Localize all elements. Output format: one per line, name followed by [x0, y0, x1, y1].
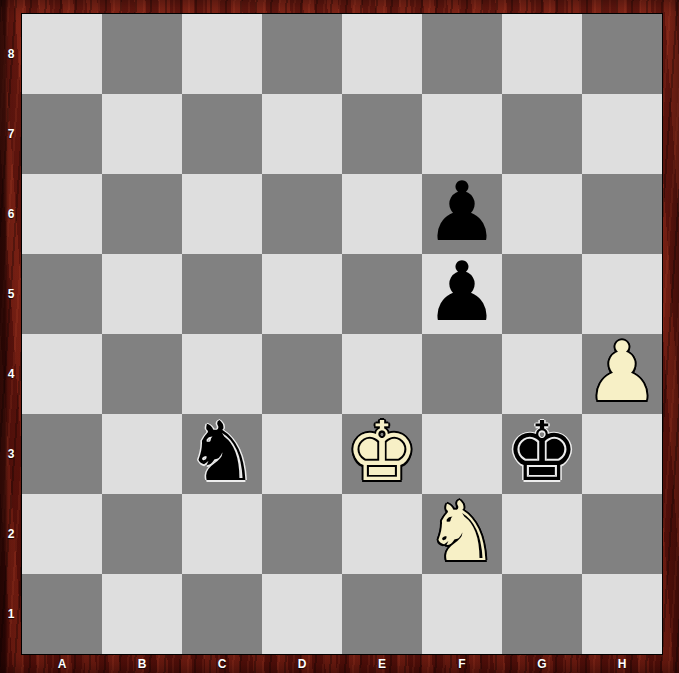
rank-label-4: 4 — [0, 334, 22, 414]
square-g3[interactable]: ♚ — [502, 414, 582, 494]
square-a3[interactable] — [22, 414, 102, 494]
square-e4[interactable] — [342, 334, 422, 414]
square-f5[interactable]: ♟ — [422, 254, 502, 334]
square-a7[interactable] — [22, 94, 102, 174]
square-b2[interactable] — [102, 494, 182, 574]
white-knight: ♞ — [425, 491, 499, 573]
square-h1[interactable] — [582, 574, 662, 654]
square-h8[interactable] — [582, 14, 662, 94]
chess-board-frame: 87654321 ♟♟♟♞♚♚♞ ABCDEFGH — [0, 0, 679, 673]
file-label-d: D — [262, 654, 342, 673]
rank-labels: 87654321 — [0, 14, 22, 654]
square-h4[interactable]: ♟ — [582, 334, 662, 414]
square-b5[interactable] — [102, 254, 182, 334]
square-d6[interactable] — [262, 174, 342, 254]
square-g2[interactable] — [502, 494, 582, 574]
square-d7[interactable] — [262, 94, 342, 174]
file-label-a: A — [22, 654, 102, 673]
white-king: ♚ — [345, 411, 419, 493]
square-e8[interactable] — [342, 14, 422, 94]
square-a1[interactable] — [22, 574, 102, 654]
square-c8[interactable] — [182, 14, 262, 94]
square-d3[interactable] — [262, 414, 342, 494]
rank-label-2: 2 — [0, 494, 22, 574]
square-b4[interactable] — [102, 334, 182, 414]
square-h7[interactable] — [582, 94, 662, 174]
rank-label-3: 3 — [0, 414, 22, 494]
square-a6[interactable] — [22, 174, 102, 254]
black-king: ♚ — [505, 411, 579, 493]
square-e7[interactable] — [342, 94, 422, 174]
square-b3[interactable] — [102, 414, 182, 494]
square-a8[interactable] — [22, 14, 102, 94]
square-g6[interactable] — [502, 174, 582, 254]
square-g4[interactable] — [502, 334, 582, 414]
white-pawn: ♟ — [585, 331, 659, 413]
square-g1[interactable] — [502, 574, 582, 654]
square-c3[interactable]: ♞ — [182, 414, 262, 494]
square-f8[interactable] — [422, 14, 502, 94]
square-f6[interactable]: ♟ — [422, 174, 502, 254]
black-pawn: ♟ — [425, 171, 499, 253]
square-f1[interactable] — [422, 574, 502, 654]
chess-board: ♟♟♟♞♚♚♞ — [22, 14, 662, 654]
square-d2[interactable] — [262, 494, 342, 574]
square-c7[interactable] — [182, 94, 262, 174]
square-g8[interactable] — [502, 14, 582, 94]
file-labels: ABCDEFGH — [22, 654, 662, 673]
square-e1[interactable] — [342, 574, 422, 654]
square-d8[interactable] — [262, 14, 342, 94]
file-label-c: C — [182, 654, 262, 673]
file-label-b: B — [102, 654, 182, 673]
square-d5[interactable] — [262, 254, 342, 334]
file-label-h: H — [582, 654, 662, 673]
rank-label-1: 1 — [0, 574, 22, 654]
square-h3[interactable] — [582, 414, 662, 494]
rank-label-8: 8 — [0, 14, 22, 94]
rank-label-5: 5 — [0, 254, 22, 334]
rank-label-7: 7 — [0, 94, 22, 174]
square-c2[interactable] — [182, 494, 262, 574]
square-a4[interactable] — [22, 334, 102, 414]
square-h2[interactable] — [582, 494, 662, 574]
square-b6[interactable] — [102, 174, 182, 254]
square-g7[interactable] — [502, 94, 582, 174]
square-f2[interactable]: ♞ — [422, 494, 502, 574]
square-h6[interactable] — [582, 174, 662, 254]
square-d1[interactable] — [262, 574, 342, 654]
square-f3[interactable] — [422, 414, 502, 494]
square-e5[interactable] — [342, 254, 422, 334]
file-label-g: G — [502, 654, 582, 673]
file-label-f: F — [422, 654, 502, 673]
square-f4[interactable] — [422, 334, 502, 414]
square-a2[interactable] — [22, 494, 102, 574]
square-c4[interactable] — [182, 334, 262, 414]
square-c1[interactable] — [182, 574, 262, 654]
rank-label-6: 6 — [0, 174, 22, 254]
square-e2[interactable] — [342, 494, 422, 574]
square-b8[interactable] — [102, 14, 182, 94]
square-e6[interactable] — [342, 174, 422, 254]
square-f7[interactable] — [422, 94, 502, 174]
square-b7[interactable] — [102, 94, 182, 174]
square-b1[interactable] — [102, 574, 182, 654]
square-d4[interactable] — [262, 334, 342, 414]
file-label-e: E — [342, 654, 422, 673]
black-pawn: ♟ — [425, 251, 499, 333]
black-knight: ♞ — [185, 411, 259, 493]
square-h5[interactable] — [582, 254, 662, 334]
square-e3[interactable]: ♚ — [342, 414, 422, 494]
square-c6[interactable] — [182, 174, 262, 254]
square-g5[interactable] — [502, 254, 582, 334]
square-c5[interactable] — [182, 254, 262, 334]
square-a5[interactable] — [22, 254, 102, 334]
